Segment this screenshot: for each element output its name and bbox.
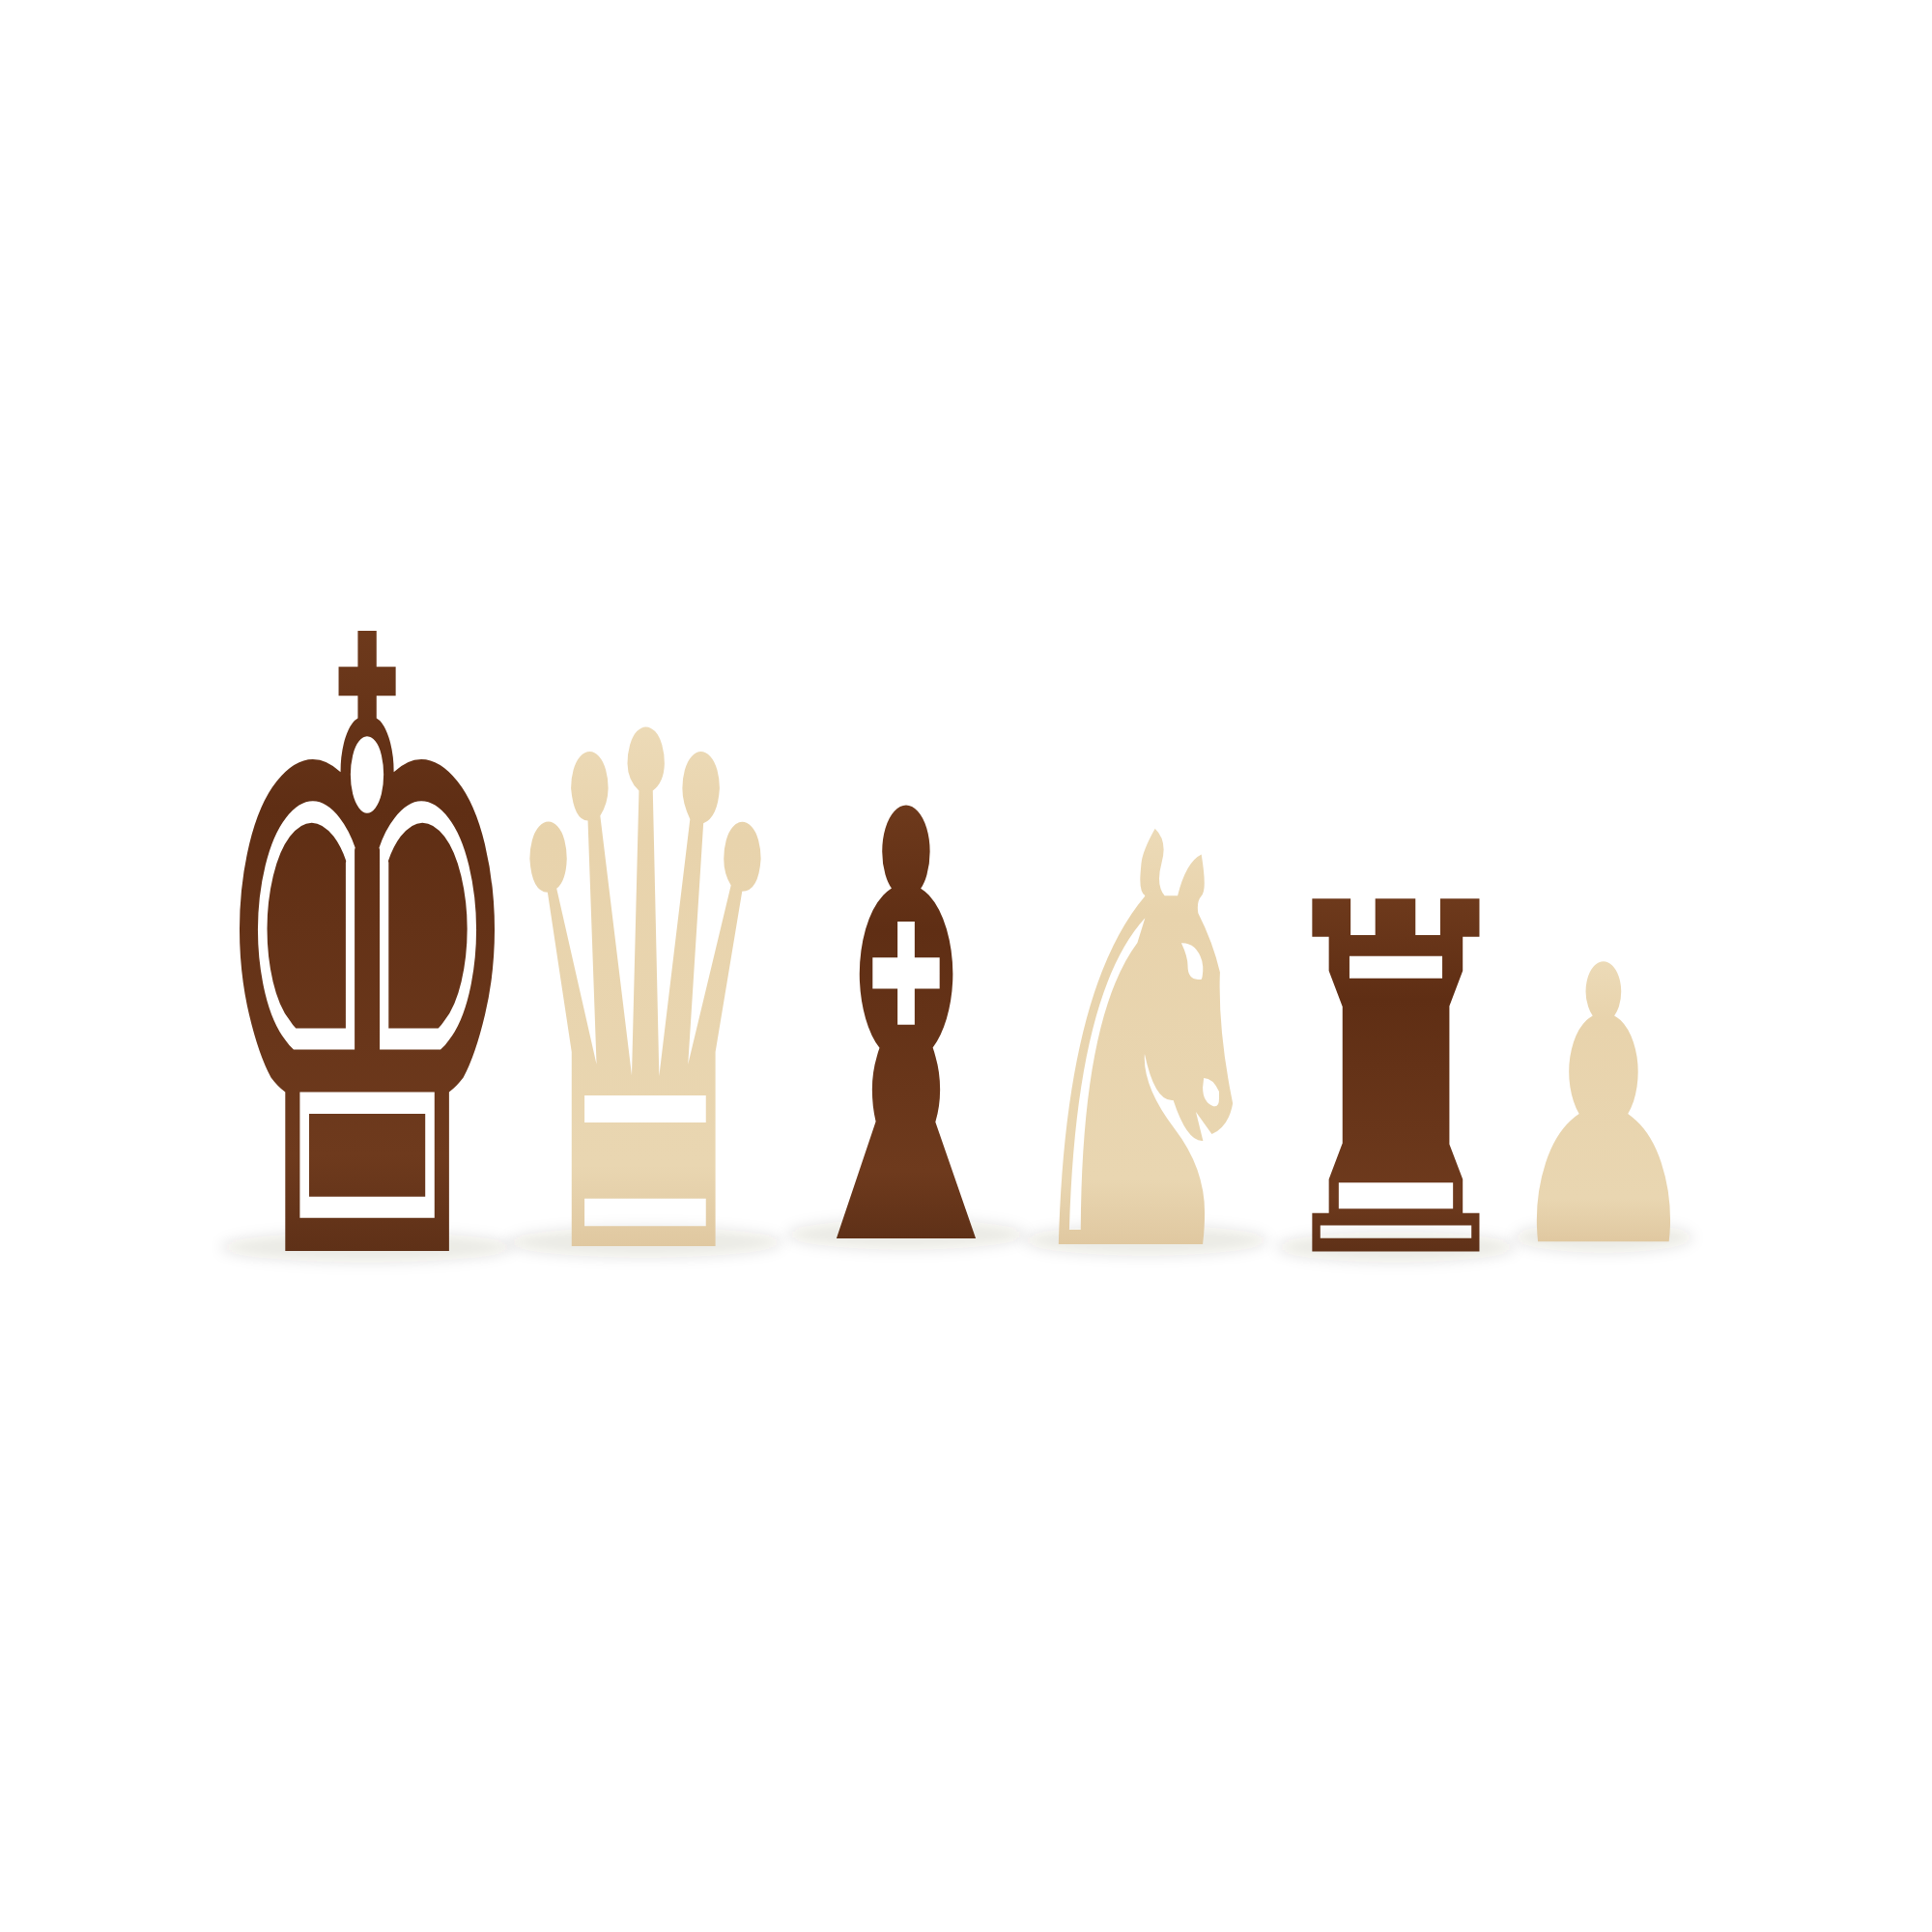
light-knight-piece: ♞ bbox=[1009, 717, 1282, 1378]
light-pawn-piece: ♟ bbox=[1504, 886, 1704, 1332]
dark-bishop-piece: ♝ bbox=[773, 688, 1039, 1379]
light-queen-piece: ♛ bbox=[492, 586, 798, 1413]
product-photo-stage: ♚♛♝♞♜♟ bbox=[0, 0, 1932, 1932]
chess-pieces-row: ♚♛♝♞♜♟ bbox=[0, 0, 1932, 1932]
dark-king-piece: ♚ bbox=[204, 463, 530, 1452]
dark-rook-piece: ♜ bbox=[1263, 803, 1529, 1365]
